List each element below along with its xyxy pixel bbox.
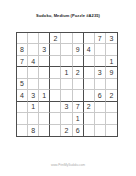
sudoku-cell-r6c3: 1 <box>39 90 50 101</box>
sudoku-cell-r8c7 <box>84 113 95 124</box>
sudoku-cell-r6c8: 6 <box>95 90 106 101</box>
sudoku-cell-r2c9 <box>106 44 117 55</box>
sudoku-cell-r7c4 <box>50 102 61 113</box>
sudoku-cell-r7c7: 2 <box>84 102 95 113</box>
sudoku-cell-r5c6 <box>73 79 84 90</box>
sudoku-cell-r9c4 <box>50 125 61 136</box>
sudoku-cell-r1c1 <box>17 33 28 44</box>
sudoku-cell-r6c4 <box>50 90 61 101</box>
sudoku-cell-r6c9: 2 <box>106 90 117 101</box>
sudoku-cell-r9c2: 8 <box>28 125 39 136</box>
sudoku-cell-r3c1: 7 <box>17 56 28 67</box>
sudoku-cell-r5c1: 5 <box>17 79 28 90</box>
sudoku-cell-r1c4: 2 <box>50 33 61 44</box>
sudoku-cell-r1c3 <box>39 33 50 44</box>
footer-url: www.PrintMySudoku.com <box>0 163 136 167</box>
sudoku-cell-r4c8: 3 <box>95 67 106 78</box>
sudoku-cell-r9c6: 6 <box>73 125 84 136</box>
sudoku-cell-r5c9 <box>106 79 117 90</box>
sudoku-cell-r8c8 <box>95 113 106 124</box>
sudoku-cell-r9c7 <box>84 125 95 136</box>
sudoku-cell-r3c8 <box>95 56 106 67</box>
sudoku-cell-r8c3 <box>39 113 50 124</box>
sudoku-cell-r4c4 <box>50 67 61 78</box>
sudoku-cell-r8c9 <box>106 113 117 124</box>
sudoku-cell-r2c2 <box>28 44 39 55</box>
sudoku-cell-r9c8 <box>95 125 106 136</box>
sudoku-cell-r7c5: 3 <box>61 102 72 113</box>
sudoku-cell-r3c2: 4 <box>28 56 39 67</box>
sudoku-cell-r3c6 <box>73 56 84 67</box>
sudoku-cell-r7c9 <box>106 102 117 113</box>
sudoku-cell-r1c2 <box>28 33 39 44</box>
sudoku-cell-r6c2: 3 <box>28 90 39 101</box>
sudoku-cell-r7c1 <box>17 102 28 113</box>
sudoku-cell-r7c8 <box>95 102 106 113</box>
sudoku-cell-r4c1 <box>17 67 28 78</box>
sudoku-cell-r3c9: 1 <box>106 56 117 67</box>
sudoku-cell-r6c1: 4 <box>17 90 28 101</box>
sudoku-cell-r1c8: 7 <box>95 33 106 44</box>
sudoku-cell-r5c2 <box>28 79 39 90</box>
sudoku-cell-r8c4 <box>50 113 61 124</box>
sudoku-cell-r1c9: 3 <box>106 33 117 44</box>
sudoku-cell-r8c5 <box>61 113 72 124</box>
sudoku-cell-r7c3 <box>39 102 50 113</box>
sudoku-cell-r9c3 <box>39 125 50 136</box>
sudoku-cell-r2c7: 4 <box>84 44 95 55</box>
sudoku-cell-r5c5 <box>61 79 72 90</box>
sudoku-cell-r4c9: 9 <box>106 67 117 78</box>
sudoku-cell-r2c5 <box>61 44 72 55</box>
sudoku-cell-r5c7 <box>84 79 95 90</box>
sudoku-cell-r2c1: 8 <box>17 44 28 55</box>
sudoku-cell-r6c7 <box>84 90 95 101</box>
sudoku-cell-r1c6 <box>73 33 84 44</box>
sudoku-cell-r5c8 <box>95 79 106 90</box>
sudoku-cell-r2c8 <box>95 44 106 55</box>
sudoku-cell-r7c6: 7 <box>73 102 84 113</box>
sudoku-cell-r5c3 <box>39 79 50 90</box>
sudoku-cell-r3c4 <box>50 56 61 67</box>
sudoku-cell-r2c4 <box>50 44 61 55</box>
sudoku-cell-r4c5: 1 <box>61 67 72 78</box>
sudoku-cell-r7c2: 1 <box>28 102 39 113</box>
sudoku-cell-r4c3 <box>39 67 50 78</box>
sudoku-board: 2738394741123954316213721826 <box>16 32 118 137</box>
page-title: Sudoku, Medium (Puzzle #A235) <box>0 13 136 18</box>
sudoku-cell-r6c6 <box>73 90 84 101</box>
sudoku-cell-r9c1 <box>17 125 28 136</box>
sudoku-cell-r4c2 <box>28 67 39 78</box>
sudoku-cell-r3c3 <box>39 56 50 67</box>
sudoku-cell-r6c5 <box>61 90 72 101</box>
sudoku-cell-r3c7 <box>84 56 95 67</box>
sudoku-cell-r9c9 <box>106 125 117 136</box>
sudoku-cell-r1c7 <box>84 33 95 44</box>
sudoku-cell-r2c6: 9 <box>73 44 84 55</box>
sudoku-cell-r1c5 <box>61 33 72 44</box>
sudoku-cell-r9c5: 2 <box>61 125 72 136</box>
sudoku-cell-r5c4 <box>50 79 61 90</box>
sudoku-cell-r2c3: 3 <box>39 44 50 55</box>
sudoku-cell-r3c5 <box>61 56 72 67</box>
sudoku-cell-r8c2 <box>28 113 39 124</box>
sudoku-cell-r8c1 <box>17 113 28 124</box>
sudoku-cell-r4c7 <box>84 67 95 78</box>
sudoku-cell-r8c6: 1 <box>73 113 84 124</box>
sudoku-cell-r4c6: 2 <box>73 67 84 78</box>
